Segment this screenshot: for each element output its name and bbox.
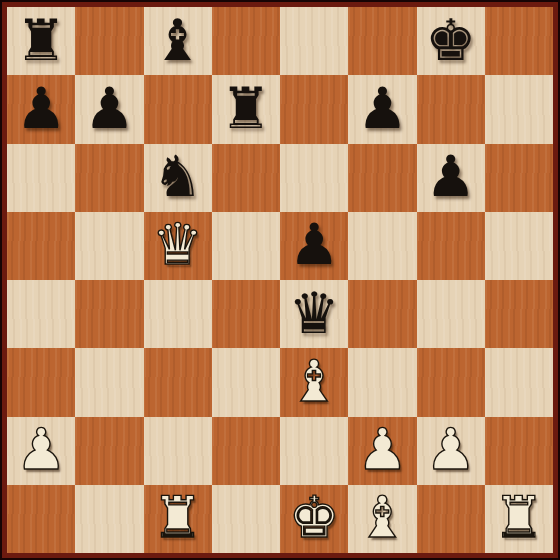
square-a4[interactable] [7, 280, 75, 348]
square-f7[interactable]: ♟ [348, 75, 416, 143]
square-a8[interactable]: ♜ [7, 7, 75, 75]
piece-white-rook[interactable]: ♜ [493, 489, 544, 546]
square-a7[interactable]: ♟ [7, 75, 75, 143]
square-h8[interactable] [485, 7, 553, 75]
square-a1[interactable] [7, 485, 75, 553]
piece-black-pawn[interactable]: ♟ [425, 148, 476, 205]
piece-black-bishop[interactable]: ♝ [152, 12, 203, 69]
square-b8[interactable] [75, 7, 143, 75]
square-b3[interactable] [75, 348, 143, 416]
piece-black-pawn[interactable]: ♟ [16, 80, 67, 137]
square-a5[interactable] [7, 212, 75, 280]
piece-black-queen[interactable]: ♛ [289, 285, 340, 342]
square-c5[interactable]: ♛ [144, 212, 212, 280]
square-c3[interactable] [144, 348, 212, 416]
square-h7[interactable] [485, 75, 553, 143]
square-d2[interactable] [212, 417, 280, 485]
square-h1[interactable]: ♜ [485, 485, 553, 553]
square-a2[interactable]: ♟ [7, 417, 75, 485]
square-b6[interactable] [75, 144, 143, 212]
piece-white-bishop[interactable]: ♝ [357, 489, 408, 546]
square-f1[interactable]: ♝ [348, 485, 416, 553]
square-b2[interactable] [75, 417, 143, 485]
square-g5[interactable] [417, 212, 485, 280]
square-d1[interactable] [212, 485, 280, 553]
square-h3[interactable] [485, 348, 553, 416]
square-d8[interactable] [212, 7, 280, 75]
square-g8[interactable]: ♚ [417, 7, 485, 75]
square-g4[interactable] [417, 280, 485, 348]
square-e6[interactable] [280, 144, 348, 212]
square-b5[interactable] [75, 212, 143, 280]
square-f2[interactable]: ♟ [348, 417, 416, 485]
piece-black-pawn[interactable]: ♟ [84, 80, 135, 137]
square-h2[interactable] [485, 417, 553, 485]
square-f6[interactable] [348, 144, 416, 212]
piece-white-bishop[interactable]: ♝ [289, 353, 340, 410]
square-d6[interactable] [212, 144, 280, 212]
square-h5[interactable] [485, 212, 553, 280]
square-e1[interactable]: ♚ [280, 485, 348, 553]
piece-white-queen[interactable]: ♛ [152, 216, 203, 273]
square-c4[interactable] [144, 280, 212, 348]
chess-board-frame: ♜♝♚♟♟♜♟♞♟♛♟♛♝♟♟♟♜♚♝♜ [0, 0, 560, 560]
piece-white-pawn[interactable]: ♟ [357, 421, 408, 478]
square-e2[interactable] [280, 417, 348, 485]
square-a3[interactable] [7, 348, 75, 416]
square-d4[interactable] [212, 280, 280, 348]
piece-black-pawn[interactable]: ♟ [289, 216, 340, 273]
square-e4[interactable]: ♛ [280, 280, 348, 348]
square-b4[interactable] [75, 280, 143, 348]
square-e5[interactable]: ♟ [280, 212, 348, 280]
square-e3[interactable]: ♝ [280, 348, 348, 416]
square-g2[interactable]: ♟ [417, 417, 485, 485]
square-c6[interactable]: ♞ [144, 144, 212, 212]
chess-board: ♜♝♚♟♟♜♟♞♟♛♟♛♝♟♟♟♜♚♝♜ [7, 7, 553, 553]
square-e8[interactable] [280, 7, 348, 75]
square-c1[interactable]: ♜ [144, 485, 212, 553]
square-d3[interactable] [212, 348, 280, 416]
square-d7[interactable]: ♜ [212, 75, 280, 143]
square-g7[interactable] [417, 75, 485, 143]
square-f5[interactable] [348, 212, 416, 280]
square-h4[interactable] [485, 280, 553, 348]
square-f3[interactable] [348, 348, 416, 416]
piece-white-king[interactable]: ♚ [289, 489, 340, 546]
square-f4[interactable] [348, 280, 416, 348]
piece-white-pawn[interactable]: ♟ [425, 421, 476, 478]
square-b1[interactable] [75, 485, 143, 553]
square-g6[interactable]: ♟ [417, 144, 485, 212]
piece-black-rook[interactable]: ♜ [220, 80, 271, 137]
piece-black-rook[interactable]: ♜ [16, 12, 67, 69]
square-e7[interactable] [280, 75, 348, 143]
square-c2[interactable] [144, 417, 212, 485]
square-a6[interactable] [7, 144, 75, 212]
piece-black-king[interactable]: ♚ [425, 12, 476, 69]
square-h6[interactable] [485, 144, 553, 212]
square-c8[interactable]: ♝ [144, 7, 212, 75]
piece-black-knight[interactable]: ♞ [152, 148, 203, 205]
square-c7[interactable] [144, 75, 212, 143]
square-d5[interactable] [212, 212, 280, 280]
square-f8[interactable] [348, 7, 416, 75]
piece-white-rook[interactable]: ♜ [152, 489, 203, 546]
piece-white-pawn[interactable]: ♟ [16, 421, 67, 478]
square-g1[interactable] [417, 485, 485, 553]
piece-black-pawn[interactable]: ♟ [357, 80, 408, 137]
square-b7[interactable]: ♟ [75, 75, 143, 143]
square-g3[interactable] [417, 348, 485, 416]
